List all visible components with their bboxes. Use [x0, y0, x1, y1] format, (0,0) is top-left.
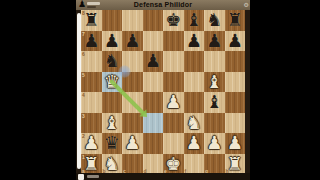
black-pawn-d6[interactable]: ♟	[143, 51, 164, 72]
square-e1[interactable]: e♚	[163, 154, 184, 175]
square-d3[interactable]	[143, 113, 164, 134]
settings-icon[interactable]: ⚙	[244, 0, 249, 10]
white-pawn-c2[interactable]: ♟	[122, 133, 143, 154]
top-bar: ♟ Defensa Philidor ⚙	[76, 0, 250, 10]
white-bishop-b3[interactable]: ♝	[102, 113, 123, 134]
black-knight-b6[interactable]: ♞	[102, 51, 123, 72]
square-b4[interactable]	[102, 92, 123, 113]
square-f1[interactable]: f	[184, 154, 205, 175]
square-d1[interactable]: d	[143, 154, 164, 175]
square-f8[interactable]: ♝	[184, 10, 205, 31]
square-d2[interactable]	[143, 133, 164, 154]
square-b3[interactable]: ♝	[102, 113, 123, 134]
square-e2[interactable]	[163, 133, 184, 154]
square-b5[interactable]: ♛	[102, 72, 123, 93]
square-e7[interactable]	[163, 31, 184, 52]
rank-label-1: 1	[82, 154, 85, 160]
square-b1[interactable]: b♞	[102, 154, 123, 175]
square-d4[interactable]	[143, 92, 164, 113]
square-b7[interactable]: ♟	[102, 31, 123, 52]
player-white-name	[87, 175, 99, 178]
rank-label-5: 5	[82, 72, 85, 78]
square-d7[interactable]	[143, 31, 164, 52]
eval-bar	[77, 13, 81, 169]
square-c5[interactable]	[122, 72, 143, 93]
square-g3[interactable]	[204, 113, 225, 134]
square-b2[interactable]: ♛	[102, 133, 123, 154]
square-h4[interactable]	[225, 92, 246, 113]
square-a3[interactable]: 3	[81, 113, 102, 134]
square-e8[interactable]: ♚	[163, 10, 184, 31]
square-a5[interactable]: 5	[81, 72, 102, 93]
page-title: Defensa Philidor	[76, 0, 250, 10]
square-a2[interactable]: 2♟	[81, 133, 102, 154]
square-a8[interactable]: 8♜	[81, 10, 102, 31]
square-c3[interactable]	[122, 113, 143, 134]
square-g5[interactable]: ♝	[204, 72, 225, 93]
square-f3[interactable]: ♞	[184, 113, 205, 134]
square-g8[interactable]: ♞	[204, 10, 225, 31]
white-queen-b5[interactable]: ♛	[102, 72, 123, 93]
black-rook-h8[interactable]: ♜	[225, 10, 246, 31]
square-h7[interactable]: ♟	[225, 31, 246, 52]
square-e4[interactable]: ♟	[163, 92, 184, 113]
white-knight-f3[interactable]: ♞	[184, 113, 205, 134]
square-f2[interactable]: ♟	[184, 133, 205, 154]
black-pawn-b7[interactable]: ♟	[102, 31, 123, 52]
square-a1[interactable]: 1a♜	[81, 154, 102, 175]
square-e6[interactable]	[163, 51, 184, 72]
square-f7[interactable]: ♟	[184, 31, 205, 52]
square-a6[interactable]: 6	[81, 51, 102, 72]
square-c2[interactable]: ♟	[122, 133, 143, 154]
bottom-bar	[76, 173, 250, 180]
square-e5[interactable]	[163, 72, 184, 93]
black-bishop-g4[interactable]: ♝	[204, 92, 225, 113]
rank-label-7: 7	[82, 31, 85, 37]
square-h2[interactable]: ♟	[225, 133, 246, 154]
square-f5[interactable]	[184, 72, 205, 93]
black-knight-g8[interactable]: ♞	[204, 10, 225, 31]
square-g4[interactable]: ♝	[204, 92, 225, 113]
rank-label-3: 3	[82, 113, 85, 119]
square-g6[interactable]	[204, 51, 225, 72]
white-pawn-h2[interactable]: ♟	[225, 133, 246, 154]
square-h1[interactable]: h♜	[225, 154, 246, 175]
square-h5[interactable]	[225, 72, 246, 93]
square-d8[interactable]	[143, 10, 164, 31]
square-a4[interactable]: 4	[81, 92, 102, 113]
black-king-e8[interactable]: ♚	[163, 10, 184, 31]
square-d6[interactable]: ♟	[143, 51, 164, 72]
black-bishop-f8[interactable]: ♝	[184, 10, 205, 31]
rank-label-2: 2	[82, 133, 85, 139]
screen: ♟ Defensa Philidor ⚙ 8♜♚♝♞♜7♟♟♟♟♟♟6♞♟5♛♝…	[0, 0, 320, 180]
black-queen-b2[interactable]: ♛	[102, 133, 123, 154]
square-c1[interactable]: c	[122, 154, 143, 175]
rank-label-4: 4	[82, 92, 85, 98]
square-c4[interactable]	[122, 92, 143, 113]
white-pawn-e4[interactable]: ♟	[163, 92, 184, 113]
black-pawn-f7[interactable]: ♟	[184, 31, 205, 52]
square-b6[interactable]: ♞	[102, 51, 123, 72]
chess-board: 8♜♚♝♞♜7♟♟♟♟♟♟6♞♟5♛♝4♟♝3♝♞2♟♛♟♟♟♟1a♜b♞cde…	[81, 10, 245, 174]
square-a7[interactable]: 7♟	[81, 31, 102, 52]
white-bishop-g5[interactable]: ♝	[204, 72, 225, 93]
black-pawn-h7[interactable]: ♟	[225, 31, 246, 52]
black-pawn-c7[interactable]: ♟	[122, 31, 143, 52]
white-pawn-g2[interactable]: ♟	[204, 133, 225, 154]
rank-label-6: 6	[82, 51, 85, 57]
square-g1[interactable]: g	[204, 154, 225, 175]
square-g7[interactable]: ♟	[204, 31, 225, 52]
square-h8[interactable]: ♜	[225, 10, 246, 31]
white-pawn-f2[interactable]: ♟	[184, 133, 205, 154]
rank-label-8: 8	[82, 10, 85, 16]
square-c6[interactable]	[122, 51, 143, 72]
square-f4[interactable]	[184, 92, 205, 113]
app-window: ♟ Defensa Philidor ⚙ 8♜♚♝♞♜7♟♟♟♟♟♟6♞♟5♛♝…	[76, 0, 250, 180]
square-h3[interactable]	[225, 113, 246, 134]
square-h6[interactable]	[225, 51, 246, 72]
square-e3[interactable]	[163, 113, 184, 134]
square-c8[interactable]	[122, 10, 143, 31]
square-g2[interactable]: ♟	[204, 133, 225, 154]
white-square-icon	[78, 174, 84, 180]
black-pawn-g7[interactable]: ♟	[204, 31, 225, 52]
square-f6[interactable]	[184, 51, 205, 72]
square-c7[interactable]: ♟	[122, 31, 143, 52]
square-d5[interactable]	[143, 72, 164, 93]
square-b8[interactable]	[102, 10, 123, 31]
